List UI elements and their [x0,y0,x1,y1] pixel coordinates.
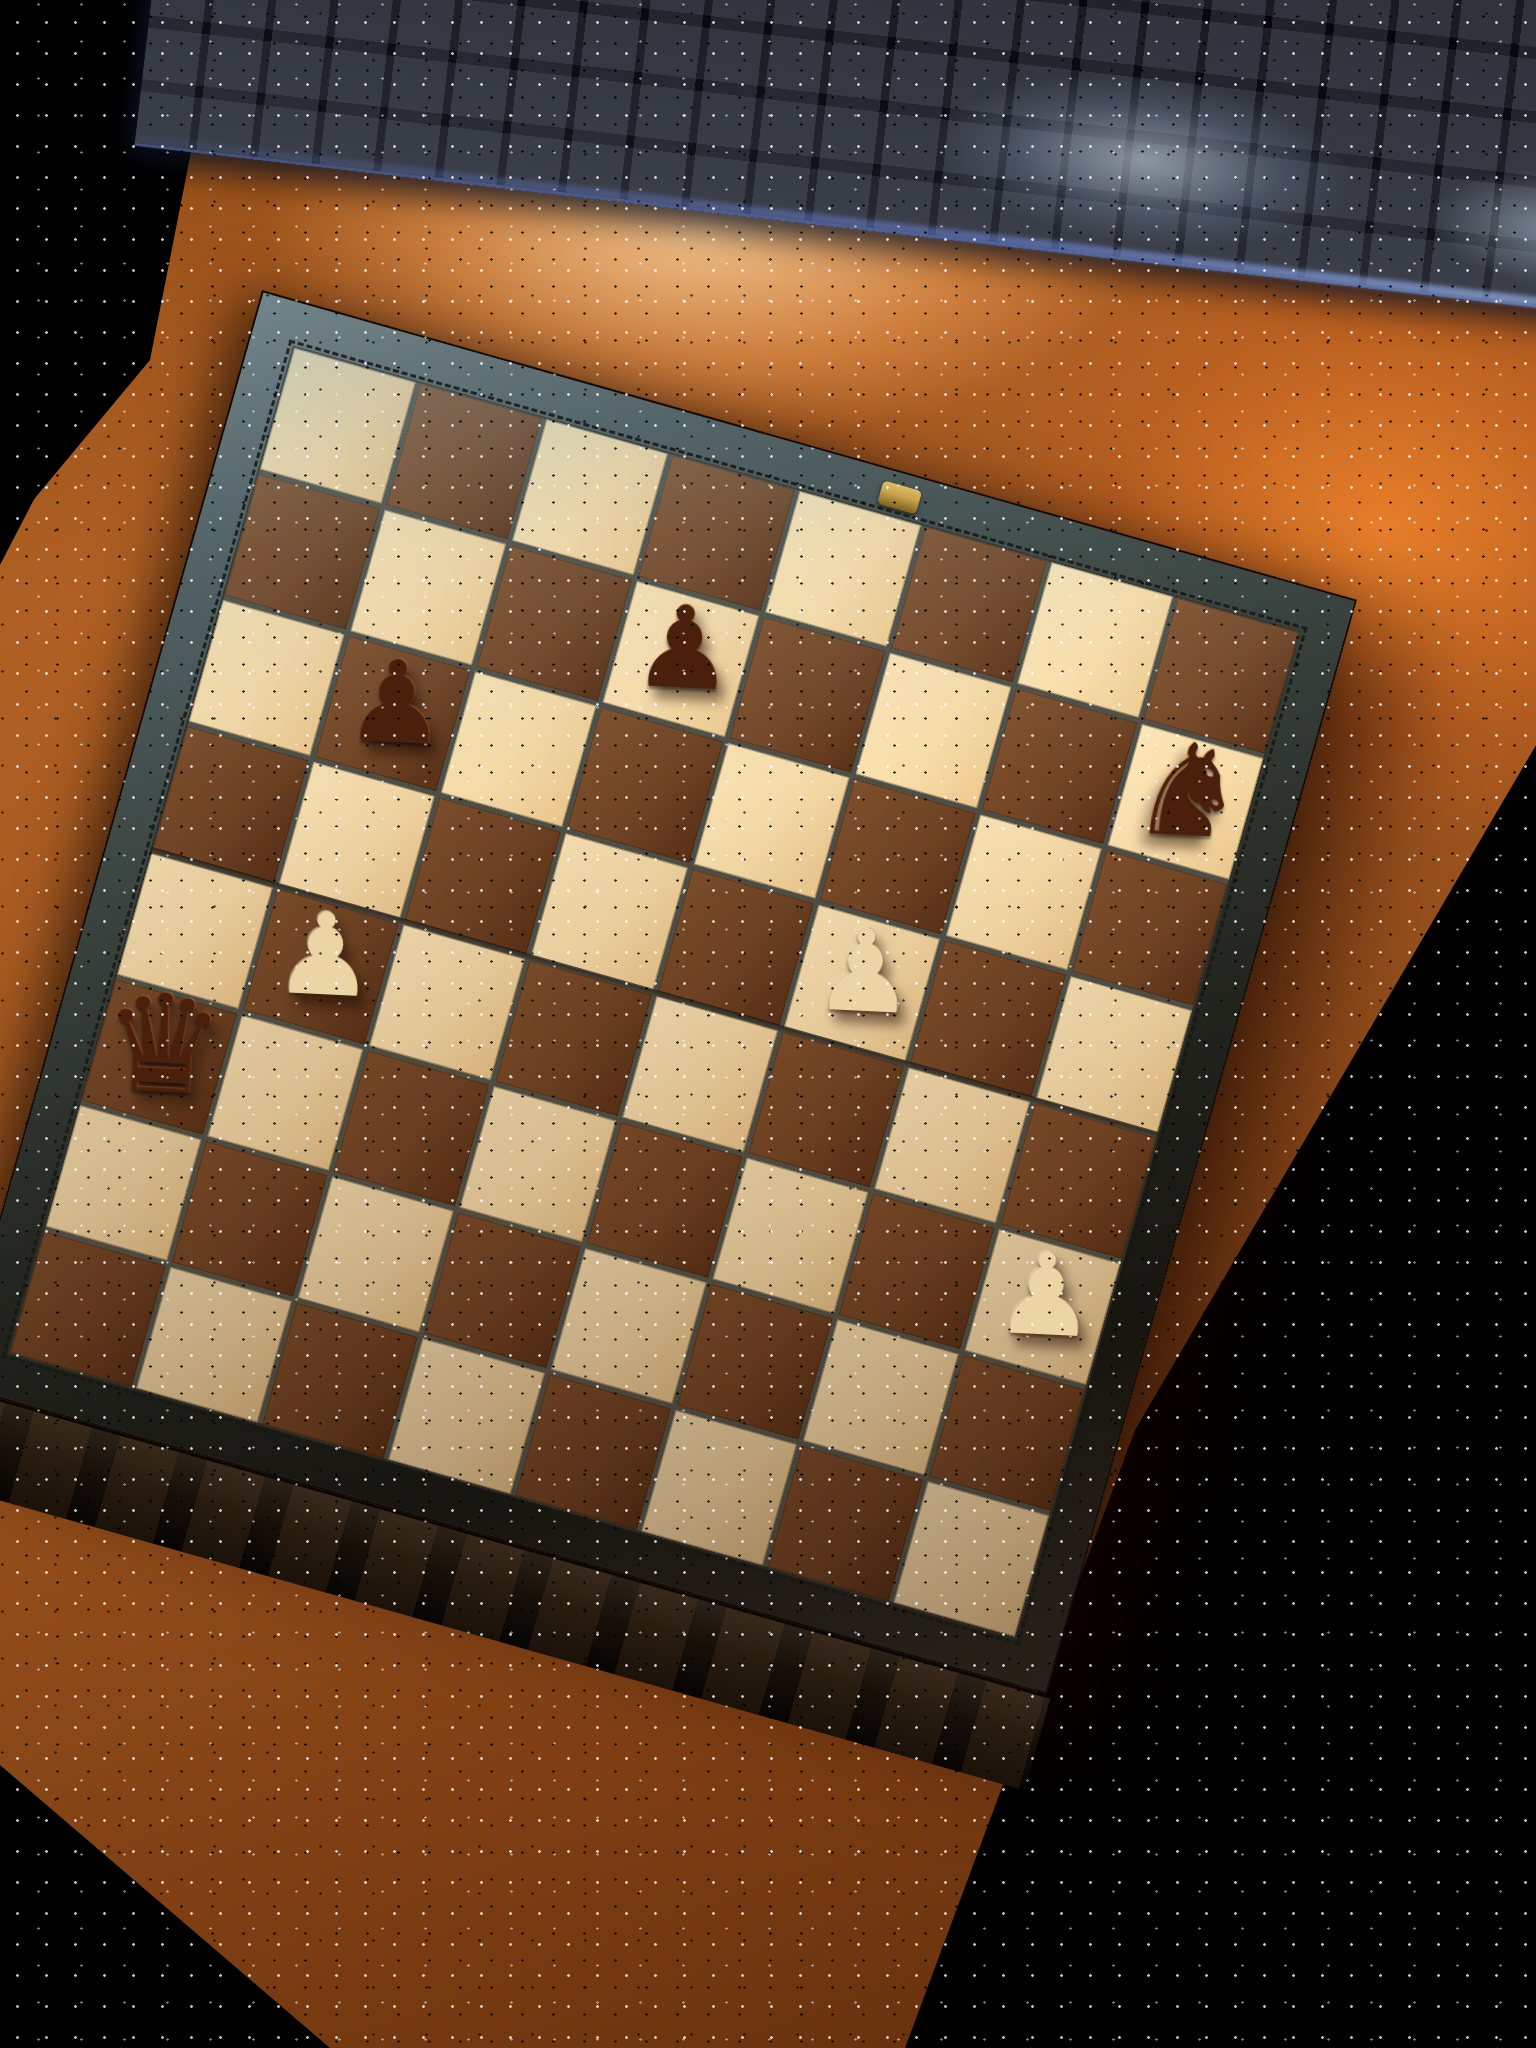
black-pawn-d7[interactable]: ♟ [615,579,752,716]
white-pawn-b4[interactable]: ♟ [256,886,393,1023]
black-queen-a3[interactable]: ♛ [95,976,232,1113]
black-knight-h7[interactable]: ♞ [1120,722,1257,859]
white-pawn-f5[interactable]: ♟ [796,903,933,1040]
white-pawn-h3[interactable]: ♟ [977,1226,1114,1363]
brass-clasp-icon [877,480,922,514]
black-pawn-b6[interactable]: ♟ [328,634,465,771]
